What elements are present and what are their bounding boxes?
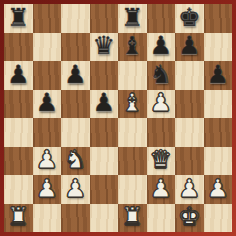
square-a3[interactable] <box>4 147 33 176</box>
square-g1[interactable]: ♚ <box>175 204 204 233</box>
square-e4[interactable] <box>118 118 147 147</box>
square-b3[interactable]: ♟ <box>33 147 62 176</box>
square-e3[interactable] <box>118 147 147 176</box>
square-h8[interactable] <box>204 4 233 33</box>
square-a7[interactable] <box>4 33 33 62</box>
square-f2[interactable]: ♟ <box>147 175 176 204</box>
white-pawn-piece[interactable]: ♟ <box>64 176 86 201</box>
square-c4[interactable] <box>61 118 90 147</box>
black-pawn-piece[interactable]: ♟ <box>93 90 115 115</box>
square-h5[interactable] <box>204 90 233 119</box>
square-d7[interactable]: ♛ <box>90 33 119 62</box>
square-g4[interactable] <box>175 118 204 147</box>
square-f7[interactable]: ♟ <box>147 33 176 62</box>
black-king-piece[interactable]: ♚ <box>178 5 200 30</box>
square-h1[interactable] <box>204 204 233 233</box>
white-king-piece[interactable]: ♚ <box>178 204 200 229</box>
black-queen-piece[interactable]: ♛ <box>93 33 115 58</box>
black-pawn-piece[interactable]: ♟ <box>178 33 200 58</box>
black-bishop-piece[interactable]: ♝ <box>121 33 143 58</box>
square-b8[interactable] <box>33 4 62 33</box>
square-f6[interactable]: ♞ <box>147 61 176 90</box>
square-b4[interactable] <box>33 118 62 147</box>
board-frame: ♜♜♚♛♝♟♟♟♟♞♟♟♟♝♟♟♞♛♟♟♟♟♟♜♜♚ <box>0 0 236 236</box>
square-f5[interactable]: ♟ <box>147 90 176 119</box>
square-g8[interactable]: ♚ <box>175 4 204 33</box>
black-rook-piece[interactable]: ♜ <box>7 5 29 30</box>
square-d1[interactable] <box>90 204 119 233</box>
white-pawn-piece[interactable]: ♟ <box>36 147 58 172</box>
square-d8[interactable] <box>90 4 119 33</box>
white-rook-piece[interactable]: ♜ <box>121 204 143 229</box>
square-d5[interactable]: ♟ <box>90 90 119 119</box>
black-pawn-piece[interactable]: ♟ <box>64 62 86 87</box>
white-rook-piece[interactable]: ♜ <box>7 204 29 229</box>
square-h7[interactable] <box>204 33 233 62</box>
square-d6[interactable] <box>90 61 119 90</box>
square-g3[interactable] <box>175 147 204 176</box>
square-d4[interactable] <box>90 118 119 147</box>
square-c3[interactable]: ♞ <box>61 147 90 176</box>
square-f3[interactable]: ♛ <box>147 147 176 176</box>
white-pawn-piece[interactable]: ♟ <box>36 176 58 201</box>
square-h3[interactable] <box>204 147 233 176</box>
square-b6[interactable] <box>33 61 62 90</box>
square-b7[interactable] <box>33 33 62 62</box>
white-knight-piece[interactable]: ♞ <box>64 147 86 172</box>
square-c6[interactable]: ♟ <box>61 61 90 90</box>
black-rook-piece[interactable]: ♜ <box>121 5 143 30</box>
square-d2[interactable] <box>90 175 119 204</box>
square-g6[interactable] <box>175 61 204 90</box>
square-e5[interactable]: ♝ <box>118 90 147 119</box>
square-h4[interactable] <box>204 118 233 147</box>
black-pawn-piece[interactable]: ♟ <box>207 62 229 87</box>
square-c7[interactable] <box>61 33 90 62</box>
black-knight-piece[interactable]: ♞ <box>150 62 172 87</box>
square-c2[interactable]: ♟ <box>61 175 90 204</box>
square-f1[interactable] <box>147 204 176 233</box>
square-d3[interactable] <box>90 147 119 176</box>
square-g5[interactable] <box>175 90 204 119</box>
square-e1[interactable]: ♜ <box>118 204 147 233</box>
square-e7[interactable]: ♝ <box>118 33 147 62</box>
square-g2[interactable]: ♟ <box>175 175 204 204</box>
square-c5[interactable] <box>61 90 90 119</box>
square-c1[interactable] <box>61 204 90 233</box>
square-a4[interactable] <box>4 118 33 147</box>
square-b1[interactable] <box>33 204 62 233</box>
square-a8[interactable]: ♜ <box>4 4 33 33</box>
white-pawn-piece[interactable]: ♟ <box>150 90 172 115</box>
white-bishop-piece[interactable]: ♝ <box>121 90 143 115</box>
white-pawn-piece[interactable]: ♟ <box>178 176 200 201</box>
square-h2[interactable]: ♟ <box>204 175 233 204</box>
black-pawn-piece[interactable]: ♟ <box>36 90 58 115</box>
white-pawn-piece[interactable]: ♟ <box>150 176 172 201</box>
square-e6[interactable] <box>118 61 147 90</box>
square-e8[interactable]: ♜ <box>118 4 147 33</box>
square-b2[interactable]: ♟ <box>33 175 62 204</box>
square-a2[interactable] <box>4 175 33 204</box>
square-e2[interactable] <box>118 175 147 204</box>
square-a1[interactable]: ♜ <box>4 204 33 233</box>
black-pawn-piece[interactable]: ♟ <box>150 33 172 58</box>
white-queen-piece[interactable]: ♛ <box>150 147 172 172</box>
black-pawn-piece[interactable]: ♟ <box>7 62 29 87</box>
square-c8[interactable] <box>61 4 90 33</box>
square-h6[interactable]: ♟ <box>204 61 233 90</box>
square-f4[interactable] <box>147 118 176 147</box>
square-f8[interactable] <box>147 4 176 33</box>
chess-board: ♜♜♚♛♝♟♟♟♟♞♟♟♟♝♟♟♞♛♟♟♟♟♟♜♜♚ <box>4 4 232 232</box>
square-g7[interactable]: ♟ <box>175 33 204 62</box>
white-pawn-piece[interactable]: ♟ <box>207 176 229 201</box>
square-b5[interactable]: ♟ <box>33 90 62 119</box>
square-a6[interactable]: ♟ <box>4 61 33 90</box>
square-a5[interactable] <box>4 90 33 119</box>
